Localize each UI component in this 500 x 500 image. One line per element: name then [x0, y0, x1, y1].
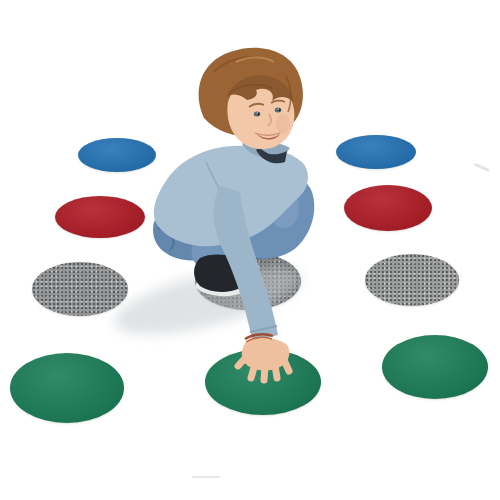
right-eye-glint	[278, 108, 279, 109]
left-eye-glint	[257, 112, 258, 113]
photo-stage	[0, 0, 500, 500]
cheek-shade	[276, 114, 290, 134]
player-figure	[0, 0, 500, 500]
